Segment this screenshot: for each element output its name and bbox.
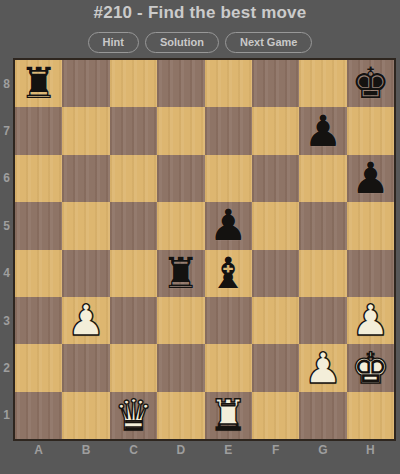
square-d8[interactable] bbox=[157, 60, 204, 107]
square-f3[interactable] bbox=[252, 297, 299, 344]
square-d4[interactable]: ♜︎ bbox=[157, 250, 204, 297]
square-g3[interactable] bbox=[299, 297, 346, 344]
square-b7[interactable] bbox=[62, 107, 109, 154]
square-h3[interactable]: ♟︎ bbox=[347, 297, 394, 344]
square-e8[interactable] bbox=[205, 60, 252, 107]
square-e1[interactable]: ♜︎ bbox=[205, 392, 252, 439]
next-game-button[interactable]: Next Game bbox=[225, 32, 312, 53]
puzzle-page: #210 - Find the best move Hint Solution … bbox=[0, 0, 400, 457]
rank-label-6: 6 bbox=[0, 155, 13, 202]
square-c3[interactable] bbox=[110, 297, 157, 344]
square-e3[interactable] bbox=[205, 297, 252, 344]
page-title: #210 - Find the best move bbox=[0, 0, 400, 23]
square-c1[interactable]: ♛︎ bbox=[110, 392, 157, 439]
square-e7[interactable] bbox=[205, 107, 252, 154]
square-h4[interactable] bbox=[347, 250, 394, 297]
toolbar: Hint Solution Next Game bbox=[0, 32, 400, 53]
white-king[interactable]: ♚︎ bbox=[351, 347, 390, 390]
square-b4[interactable] bbox=[62, 250, 109, 297]
file-label-d: D bbox=[157, 443, 204, 457]
hint-button[interactable]: Hint bbox=[88, 32, 139, 53]
square-b2[interactable] bbox=[62, 344, 109, 391]
rank-label-1: 1 bbox=[0, 392, 13, 439]
square-a2[interactable] bbox=[15, 344, 62, 391]
rank-label-4: 4 bbox=[0, 250, 13, 297]
square-f1[interactable] bbox=[252, 392, 299, 439]
file-label-g: G bbox=[299, 443, 346, 457]
square-a5[interactable] bbox=[15, 202, 62, 249]
square-b8[interactable] bbox=[62, 60, 109, 107]
square-d2[interactable] bbox=[157, 344, 204, 391]
black-pawn[interactable]: ♟︎ bbox=[209, 204, 248, 247]
square-h8[interactable]: ♚︎ bbox=[347, 60, 394, 107]
file-label-b: B bbox=[62, 443, 109, 457]
square-c5[interactable] bbox=[110, 202, 157, 249]
square-e5[interactable]: ♟︎ bbox=[205, 202, 252, 249]
rank-label-3: 3 bbox=[0, 297, 13, 344]
square-f6[interactable] bbox=[252, 155, 299, 202]
square-h7[interactable] bbox=[347, 107, 394, 154]
square-g7[interactable]: ♟︎ bbox=[299, 107, 346, 154]
square-g4[interactable] bbox=[299, 250, 346, 297]
square-a7[interactable] bbox=[15, 107, 62, 154]
square-f4[interactable] bbox=[252, 250, 299, 297]
square-a4[interactable] bbox=[15, 250, 62, 297]
square-c4[interactable] bbox=[110, 250, 157, 297]
file-label-c: C bbox=[110, 443, 157, 457]
square-g1[interactable] bbox=[299, 392, 346, 439]
black-pawn[interactable]: ♟︎ bbox=[351, 157, 390, 200]
black-king[interactable]: ♚︎ bbox=[351, 62, 390, 105]
square-h6[interactable]: ♟︎ bbox=[347, 155, 394, 202]
square-c6[interactable] bbox=[110, 155, 157, 202]
square-e4[interactable]: ♝︎ bbox=[205, 250, 252, 297]
rank-label-5: 5 bbox=[0, 202, 13, 249]
square-g6[interactable] bbox=[299, 155, 346, 202]
square-c8[interactable] bbox=[110, 60, 157, 107]
black-pawn[interactable]: ♟︎ bbox=[304, 110, 343, 153]
square-e6[interactable] bbox=[205, 155, 252, 202]
square-f7[interactable] bbox=[252, 107, 299, 154]
square-g2[interactable]: ♟︎ bbox=[299, 344, 346, 391]
white-rook[interactable]: ♜︎ bbox=[209, 394, 248, 437]
square-b3[interactable]: ♟︎ bbox=[62, 297, 109, 344]
square-b1[interactable] bbox=[62, 392, 109, 439]
rank-label-2: 2 bbox=[0, 344, 13, 391]
square-h5[interactable] bbox=[347, 202, 394, 249]
square-g8[interactable] bbox=[299, 60, 346, 107]
white-pawn[interactable]: ♟︎ bbox=[351, 299, 390, 342]
board-area: 87654321 ♜︎♚︎♟︎♟︎♟︎♜︎♝︎♟︎♟︎♟︎♚︎♛︎♜︎ bbox=[0, 58, 400, 441]
file-label-e: E bbox=[205, 443, 252, 457]
square-f8[interactable] bbox=[252, 60, 299, 107]
square-a6[interactable] bbox=[15, 155, 62, 202]
square-c7[interactable] bbox=[110, 107, 157, 154]
white-pawn[interactable]: ♟︎ bbox=[67, 299, 106, 342]
chess-board: ♜︎♚︎♟︎♟︎♟︎♜︎♝︎♟︎♟︎♟︎♚︎♛︎♜︎ bbox=[13, 58, 396, 441]
square-a3[interactable] bbox=[15, 297, 62, 344]
solution-button[interactable]: Solution bbox=[145, 32, 219, 53]
rank-label-8: 8 bbox=[0, 60, 13, 107]
square-b5[interactable] bbox=[62, 202, 109, 249]
square-d1[interactable] bbox=[157, 392, 204, 439]
square-d6[interactable] bbox=[157, 155, 204, 202]
black-rook[interactable]: ♜︎ bbox=[162, 252, 201, 295]
square-g5[interactable] bbox=[299, 202, 346, 249]
square-d7[interactable] bbox=[157, 107, 204, 154]
square-h1[interactable] bbox=[347, 392, 394, 439]
file-label-f: F bbox=[252, 443, 299, 457]
rank-label-7: 7 bbox=[0, 107, 13, 154]
white-queen[interactable]: ♛︎ bbox=[114, 394, 153, 437]
rank-labels: 87654321 bbox=[0, 58, 13, 441]
square-f5[interactable] bbox=[252, 202, 299, 249]
black-bishop[interactable]: ♝︎ bbox=[209, 252, 248, 295]
square-a8[interactable]: ♜︎ bbox=[15, 60, 62, 107]
square-b6[interactable] bbox=[62, 155, 109, 202]
black-rook[interactable]: ♜︎ bbox=[19, 62, 58, 105]
file-label-a: A bbox=[15, 443, 62, 457]
square-d3[interactable] bbox=[157, 297, 204, 344]
white-pawn[interactable]: ♟︎ bbox=[304, 347, 343, 390]
square-c2[interactable] bbox=[110, 344, 157, 391]
square-h2[interactable]: ♚︎ bbox=[347, 344, 394, 391]
file-label-h: H bbox=[347, 443, 394, 457]
square-a1[interactable] bbox=[15, 392, 62, 439]
square-f2[interactable] bbox=[252, 344, 299, 391]
square-d5[interactable] bbox=[157, 202, 204, 249]
square-e2[interactable] bbox=[205, 344, 252, 391]
file-labels: ABCDEFGH bbox=[15, 443, 400, 457]
